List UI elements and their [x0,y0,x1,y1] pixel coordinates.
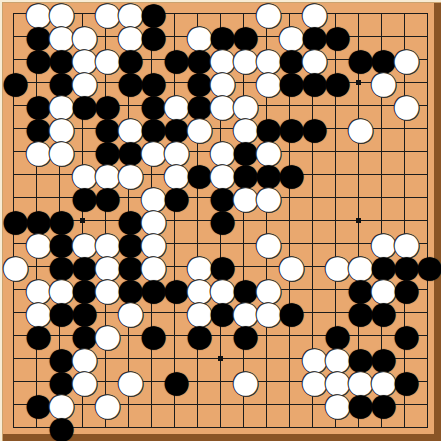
stone-black: ● [301,71,324,94]
stone-black: ● [232,324,255,347]
stone-white: ● [2,255,25,278]
stone-black: ● [140,324,163,347]
stone-black: ● [48,416,71,439]
stone-black: ● [94,186,117,209]
stone-black: ● [163,370,186,393]
grid-line-vertical-19 [427,13,428,428]
stone-white: ● [25,140,48,163]
stone-white: ● [324,255,347,278]
go-board[interactable]: ●●●●●●●●●●●●●●●●●●●●●●●●●●●●●●●●●●●●●●●●… [0,0,441,441]
stone-black: ● [209,209,232,232]
stone-black: ● [2,71,25,94]
stone-white: ● [48,140,71,163]
stone-white: ● [324,393,347,416]
go-game-screenshot: ●●●●●●●●●●●●●●●●●●●●●●●●●●●●●●●●●●●●●●●●… [0,0,441,441]
stone-black: ● [25,324,48,347]
stone-white: ● [94,393,117,416]
stone-white: ● [347,117,370,140]
stone-black: ● [163,278,186,301]
stone-black: ● [2,209,25,232]
stone-white: ● [255,186,278,209]
stone-white: ● [232,370,255,393]
stone-white: ● [393,94,416,117]
stone-white: ● [370,71,393,94]
star-point [356,218,361,223]
star-point [218,356,223,361]
grid-line-horizontal-19 [13,427,428,428]
stone-black: ● [25,393,48,416]
stone-black: ● [347,393,370,416]
stone-black: ● [278,71,301,94]
stone-black: ● [301,117,324,140]
stone-black: ● [370,393,393,416]
stone-black: ● [278,301,301,324]
stone-black: ● [370,301,393,324]
star-point [80,218,85,223]
stone-black: ● [324,71,347,94]
star-point [356,80,361,85]
stone-white: ● [301,370,324,393]
stone-white: ● [255,232,278,255]
stone-black: ● [186,324,209,347]
